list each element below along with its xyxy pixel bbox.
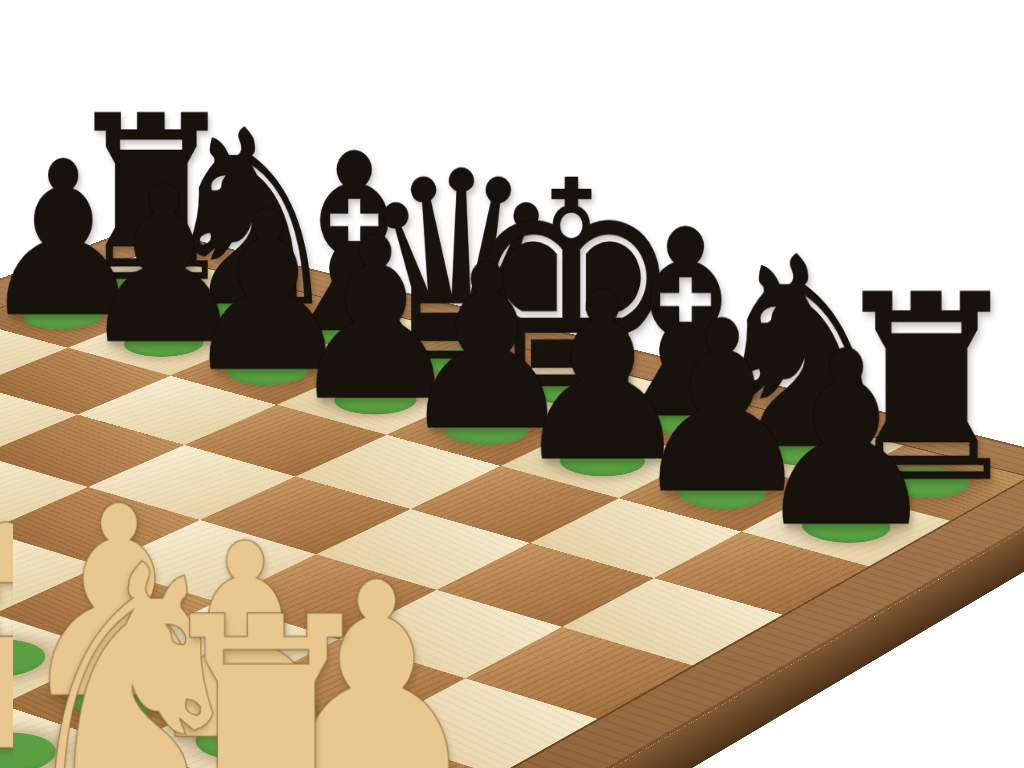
- perspective-scene: ♜♞♝♛♚♝♞♜♟♟♟♟♟♟♟♟♟♟♟♟♟♟♟♟♜♞♝♛♚♝♞♜: [0, 0, 1024, 768]
- chess-board: ♜♞♝♛♚♝♞♜♟♟♟♟♟♟♟♟♟♟♟♟♟♟♟♟♜♞♝♛♚♝♞♜: [0, 226, 1024, 768]
- piece-black-pawn-h7: ♟: [751, 319, 941, 560]
- square-h6: [654, 532, 869, 615]
- product-photo-stage: ♜♞♝♛♚♝♞♜♟♟♟♟♟♟♟♟♟♟♟♟♟♟♟♟♜♞♝♛♚♝♞♜: [0, 0, 1024, 768]
- board-squares: ♜♞♝♛♚♝♞♜♟♟♟♟♟♟♟♟♟♟♟♟♟♟♟♟♜♞♝♛♚♝♞♜: [0, 253, 1024, 768]
- piece-white-rook-h1: ♜: [144, 577, 388, 768]
